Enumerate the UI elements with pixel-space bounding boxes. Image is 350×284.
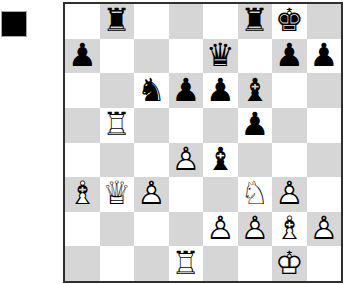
- square-f1[interactable]: [238, 246, 273, 281]
- square-d1[interactable]: ♜♖: [169, 246, 204, 281]
- black-pawn: ♟: [238, 108, 273, 143]
- square-d5[interactable]: [169, 108, 204, 143]
- square-h8[interactable]: [307, 4, 342, 39]
- square-h7[interactable]: ♟: [307, 39, 342, 74]
- square-c5[interactable]: [134, 108, 169, 143]
- square-c2[interactable]: [134, 212, 169, 247]
- square-d6[interactable]: ♟: [169, 73, 204, 108]
- square-a3[interactable]: ♝♗: [65, 177, 100, 212]
- square-a8[interactable]: [65, 4, 100, 39]
- side-to-move-indicator: [1, 11, 27, 37]
- square-e4[interactable]: ♝: [203, 143, 238, 178]
- black-queen: ♛: [203, 39, 238, 74]
- square-f3[interactable]: ♞♘: [238, 177, 273, 212]
- square-h1[interactable]: [307, 246, 342, 281]
- black-rook: ♜: [100, 4, 135, 39]
- black-pawn: ♟: [169, 73, 204, 108]
- square-g1[interactable]: ♚♔: [272, 246, 307, 281]
- black-knight: ♞: [134, 73, 169, 108]
- square-e8[interactable]: [203, 4, 238, 39]
- black-pawn: ♟: [307, 39, 342, 74]
- square-f4[interactable]: [238, 143, 273, 178]
- square-d2[interactable]: [169, 212, 204, 247]
- square-g8[interactable]: ♚: [272, 4, 307, 39]
- square-f8[interactable]: ♜: [238, 4, 273, 39]
- square-h6[interactable]: [307, 73, 342, 108]
- white-pawn: ♟♙: [238, 212, 273, 247]
- square-b3[interactable]: ♛♕: [100, 177, 135, 212]
- square-g2[interactable]: ♝♗: [272, 212, 307, 247]
- square-c6[interactable]: ♞: [134, 73, 169, 108]
- square-e7[interactable]: ♛: [203, 39, 238, 74]
- square-a4[interactable]: [65, 143, 100, 178]
- white-rook: ♜♖: [169, 246, 204, 281]
- black-rook: ♜: [238, 4, 273, 39]
- square-a6[interactable]: [65, 73, 100, 108]
- white-queen: ♛♕: [100, 177, 135, 212]
- square-a1[interactable]: [65, 246, 100, 281]
- chess-diagram: ♜♜♚♟♛♟♟♞♟♟♝♜♖♟♟♙♝♝♗♛♕♟♙♞♘♟♙♟♙♟♙♝♗♟♙♜♖♚♔: [0, 0, 350, 284]
- square-b4[interactable]: [100, 143, 135, 178]
- chess-board: ♜♜♚♟♛♟♟♞♟♟♝♜♖♟♟♙♝♝♗♛♕♟♙♞♘♟♙♟♙♟♙♝♗♟♙♜♖♚♔: [63, 2, 343, 283]
- square-e6[interactable]: ♟: [203, 73, 238, 108]
- square-e2[interactable]: ♟♙: [203, 212, 238, 247]
- black-pawn: ♟: [203, 73, 238, 108]
- black-king: ♚: [272, 4, 307, 39]
- square-b8[interactable]: ♜: [100, 4, 135, 39]
- white-knight: ♞♘: [238, 177, 273, 212]
- square-f2[interactable]: ♟♙: [238, 212, 273, 247]
- square-e3[interactable]: [203, 177, 238, 212]
- white-pawn: ♟♙: [272, 177, 307, 212]
- square-h5[interactable]: [307, 108, 342, 143]
- white-king: ♚♔: [272, 246, 307, 281]
- white-bishop: ♝♗: [65, 177, 100, 212]
- square-a7[interactable]: ♟: [65, 39, 100, 74]
- square-h4[interactable]: [307, 143, 342, 178]
- square-a5[interactable]: [65, 108, 100, 143]
- white-bishop: ♝♗: [272, 212, 307, 247]
- square-g3[interactable]: ♟♙: [272, 177, 307, 212]
- square-d4[interactable]: ♟♙: [169, 143, 204, 178]
- black-bishop: ♝: [203, 143, 238, 178]
- square-b5[interactable]: ♜♖: [100, 108, 135, 143]
- square-b2[interactable]: [100, 212, 135, 247]
- square-c8[interactable]: [134, 4, 169, 39]
- square-f5[interactable]: ♟: [238, 108, 273, 143]
- white-pawn: ♟♙: [203, 212, 238, 247]
- square-f6[interactable]: ♝: [238, 73, 273, 108]
- square-c3[interactable]: ♟♙: [134, 177, 169, 212]
- square-e1[interactable]: [203, 246, 238, 281]
- square-b7[interactable]: [100, 39, 135, 74]
- white-rook: ♜♖: [100, 108, 135, 143]
- square-a2[interactable]: [65, 212, 100, 247]
- square-g4[interactable]: [272, 143, 307, 178]
- square-e5[interactable]: [203, 108, 238, 143]
- square-c4[interactable]: [134, 143, 169, 178]
- black-pawn: ♟: [65, 39, 100, 74]
- white-pawn: ♟♙: [134, 177, 169, 212]
- white-pawn: ♟♙: [169, 143, 204, 178]
- square-f7[interactable]: [238, 39, 273, 74]
- square-c1[interactable]: [134, 246, 169, 281]
- square-d8[interactable]: [169, 4, 204, 39]
- square-g6[interactable]: [272, 73, 307, 108]
- square-b1[interactable]: [100, 246, 135, 281]
- black-bishop: ♝: [238, 73, 273, 108]
- square-d7[interactable]: [169, 39, 204, 74]
- square-g5[interactable]: [272, 108, 307, 143]
- black-pawn: ♟: [272, 39, 307, 74]
- square-h3[interactable]: [307, 177, 342, 212]
- square-g7[interactable]: ♟: [272, 39, 307, 74]
- square-c7[interactable]: [134, 39, 169, 74]
- square-h2[interactable]: ♟♙: [307, 212, 342, 247]
- square-d3[interactable]: [169, 177, 204, 212]
- square-b6[interactable]: [100, 73, 135, 108]
- white-pawn: ♟♙: [307, 212, 342, 247]
